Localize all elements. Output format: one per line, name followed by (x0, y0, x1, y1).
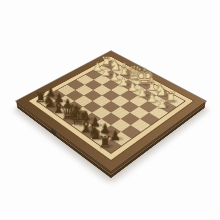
chess-board: ♜♞♝♛♚♝♞♜♟♟♟♟♟♟♟♟♟♟♟♟♟♟♟♟♜♞♝♛♚♝♞♜ (16, 51, 206, 171)
piece-white-pawn-h2: ♟ (155, 98, 168, 110)
product-photo: ♜♞♝♛♚♝♞♜♟♟♟♟♟♟♟♟♟♟♟♟♟♟♟♟♜♞♝♛♚♝♞♜ (0, 0, 220, 220)
piece-black-rook-h8: ♜ (98, 134, 113, 150)
inlay-band: ♜♞♝♛♚♝♞♜♟♟♟♟♟♟♟♟♟♟♟♟♟♟♟♟♜♞♝♛♚♝♞♜ (28, 56, 195, 161)
